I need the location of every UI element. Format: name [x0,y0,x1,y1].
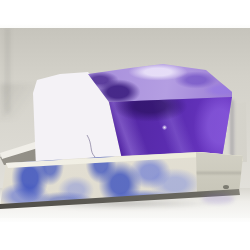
top-white-band [0,0,250,28]
dish-right-end [0,0,250,250]
purple-reflection [202,194,234,204]
dish-right-speck [223,185,229,189]
dish-front-rim-highlight [0,0,250,250]
dish-bottom-edge [0,0,250,250]
soap-dish-front [0,0,250,250]
dish-front-marbled [0,0,250,250]
photo-canvas [0,0,250,250]
